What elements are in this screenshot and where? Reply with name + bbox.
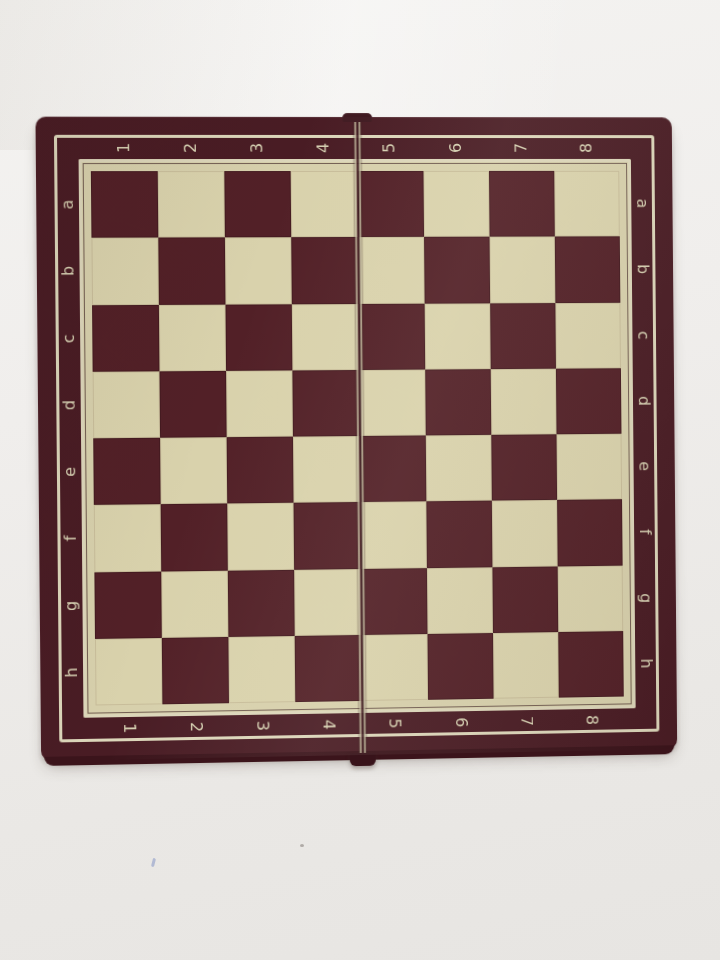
- square-h7: [493, 632, 559, 699]
- square-c7: [490, 303, 556, 369]
- square-h6: [427, 633, 493, 700]
- square-e3: [227, 437, 294, 504]
- square-g5: [361, 568, 427, 635]
- square-c1: [92, 304, 160, 371]
- square-a2: [158, 171, 225, 238]
- square-d2: [160, 371, 227, 438]
- dust-speck-dark: [300, 844, 304, 847]
- square-a5: [357, 171, 423, 237]
- square-f7: [492, 500, 558, 567]
- square-f6: [426, 501, 492, 568]
- square-e2: [160, 437, 227, 504]
- square-d5: [359, 369, 425, 436]
- square-c8: [555, 302, 621, 368]
- square-e7: [491, 434, 557, 501]
- square-g7: [492, 566, 558, 633]
- square-b5: [358, 237, 424, 303]
- square-a3: [225, 171, 292, 238]
- square-d8: [556, 368, 622, 434]
- square-b8: [555, 237, 621, 303]
- square-a7: [489, 171, 555, 237]
- square-f1: [94, 504, 162, 572]
- square-c6: [424, 303, 490, 369]
- square-g6: [427, 567, 493, 634]
- square-g3: [228, 569, 295, 636]
- square-h3: [229, 636, 296, 703]
- square-b4: [292, 237, 359, 304]
- square-h8: [558, 631, 624, 698]
- square-g1: [94, 571, 162, 639]
- square-c4: [292, 304, 359, 371]
- square-h4: [295, 635, 362, 702]
- bottom-hinge-tab: [349, 753, 375, 766]
- square-e1: [93, 438, 161, 505]
- square-h2: [162, 637, 229, 705]
- square-g8: [558, 565, 624, 632]
- square-a1: [91, 171, 159, 238]
- square-f3: [227, 503, 294, 570]
- square-b1: [91, 238, 159, 305]
- square-a6: [423, 171, 489, 237]
- square-h5: [361, 634, 427, 701]
- square-f4: [294, 502, 361, 569]
- square-g2: [161, 570, 228, 638]
- square-b7: [489, 237, 555, 303]
- square-a8: [554, 171, 620, 237]
- square-d3: [226, 370, 293, 437]
- square-a4: [291, 171, 358, 237]
- square-e6: [425, 435, 491, 502]
- square-e4: [293, 436, 360, 503]
- square-e8: [556, 434, 622, 500]
- square-f5: [360, 502, 426, 569]
- square-g4: [294, 568, 361, 635]
- square-b2: [158, 238, 225, 305]
- square-d6: [425, 369, 491, 436]
- square-e5: [360, 435, 426, 502]
- square-h1: [95, 638, 163, 706]
- square-d4: [293, 370, 360, 437]
- square-c3: [226, 304, 293, 371]
- square-d1: [93, 371, 161, 438]
- square-d7: [490, 368, 556, 434]
- square-c2: [159, 304, 226, 371]
- square-f8: [557, 499, 623, 566]
- dust-speck-blue: [151, 858, 156, 867]
- square-c5: [358, 303, 424, 370]
- square-f2: [161, 504, 228, 571]
- chessboard: 12345678 12345678 abcdefgh abcdefgh: [35, 117, 677, 761]
- top-hinge-tab: [342, 113, 372, 122]
- square-b6: [424, 237, 490, 303]
- square-b3: [225, 237, 292, 304]
